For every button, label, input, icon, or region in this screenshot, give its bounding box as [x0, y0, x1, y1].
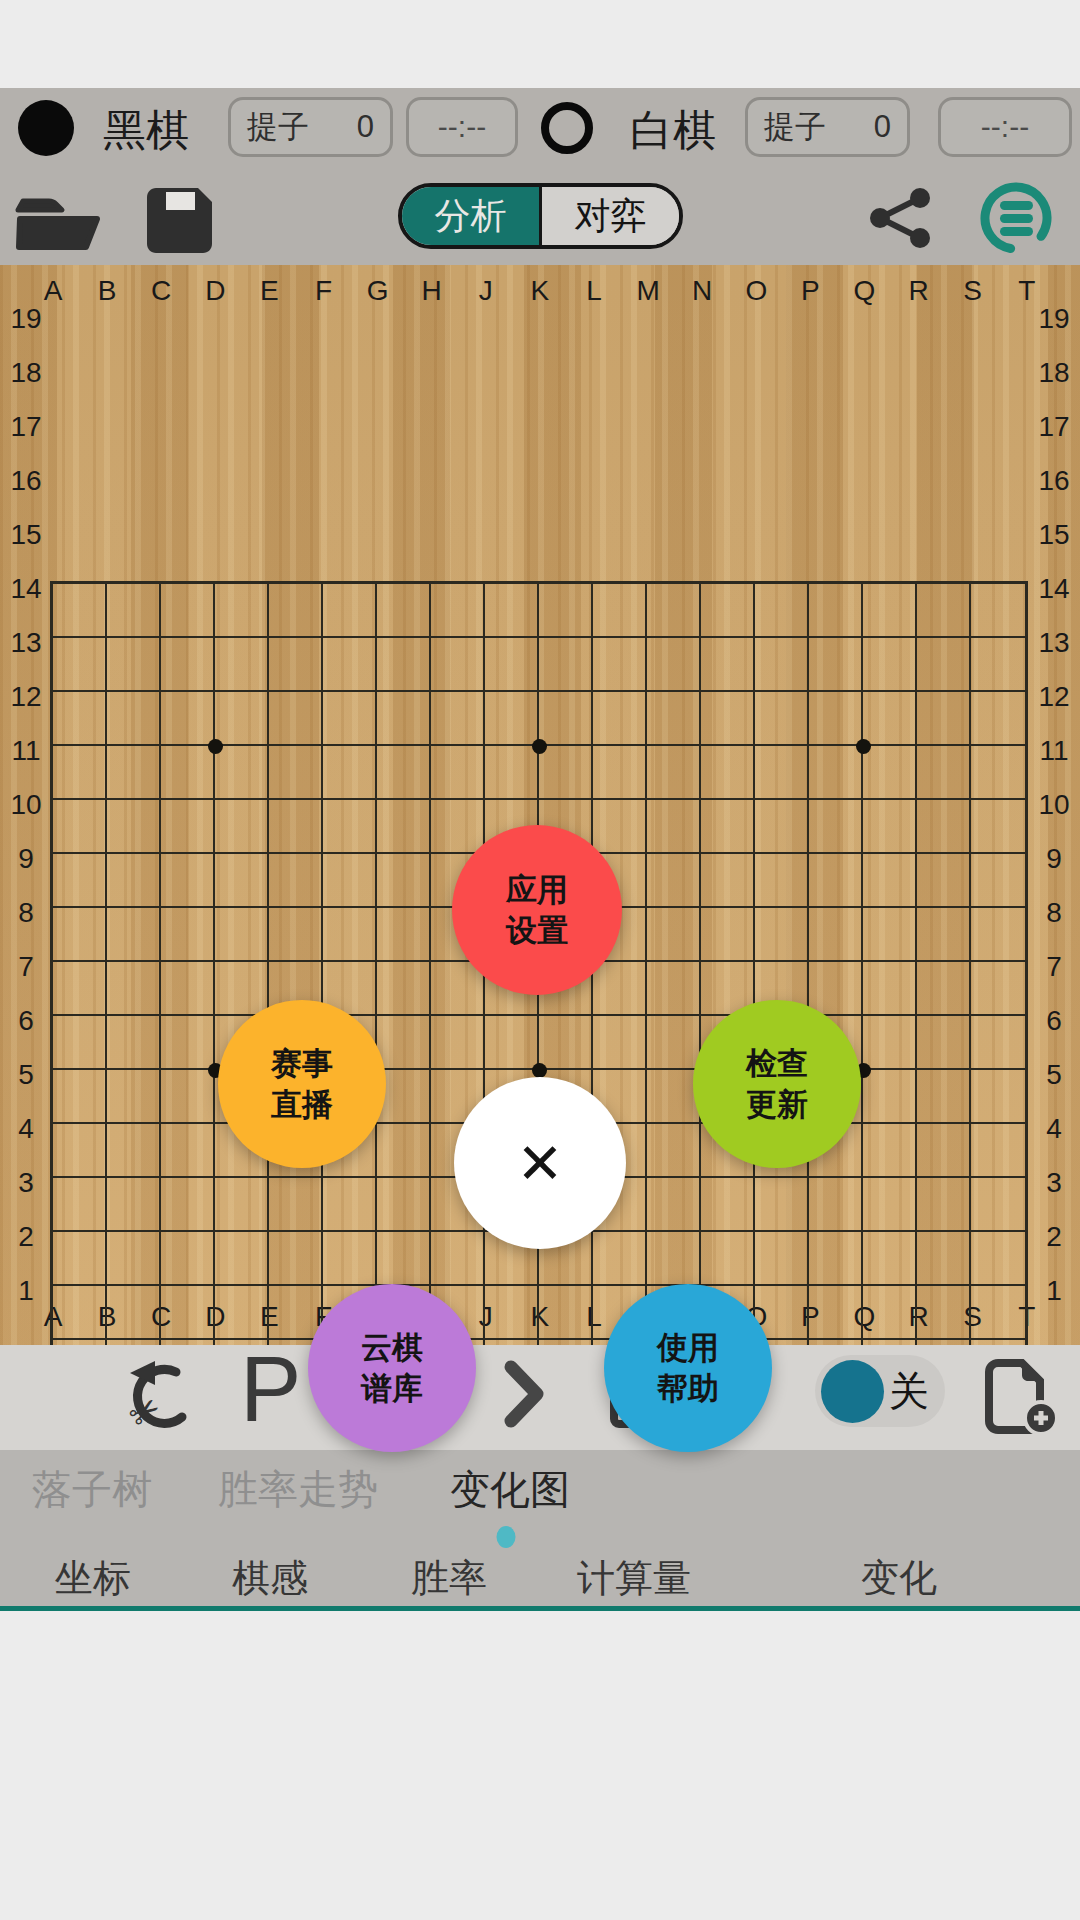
coord-label: 8: [0, 886, 52, 940]
star-point: [532, 739, 547, 754]
grid-cell: [53, 1286, 107, 1340]
grid-cell: [161, 584, 215, 638]
tab-winrate-trend[interactable]: 胜率走势: [218, 1462, 378, 1517]
grid-cell: [917, 800, 971, 854]
grid-cell: [863, 1124, 917, 1178]
open-file-icon[interactable]: [15, 185, 101, 253]
grid-cell: [269, 692, 323, 746]
grid-cell: [431, 692, 485, 746]
grid-cell: [647, 692, 701, 746]
coord-label: M: [621, 265, 675, 317]
grid-cell: [323, 908, 377, 962]
grid-cell: [539, 1286, 593, 1340]
grid-cell: [755, 584, 809, 638]
white-stone-icon: [541, 102, 593, 154]
grid-cell: [971, 1286, 1025, 1340]
fab-label: 应用 设置: [506, 869, 568, 951]
coord-label: Q: [837, 265, 891, 317]
grid-cell: [485, 1286, 539, 1340]
grid-cell: [323, 746, 377, 800]
coord-label: 3: [0, 1156, 52, 1210]
grid-cell: [377, 1016, 431, 1070]
mode-toggle: 分析 对弈: [398, 183, 683, 249]
coord-label: E: [242, 265, 296, 317]
coord-label: 9: [0, 832, 52, 886]
grid-cell: [377, 584, 431, 638]
grid-cell: [593, 962, 647, 1016]
grid-cell: [647, 1016, 701, 1070]
grid-cell: [215, 1286, 269, 1340]
coord-label: B: [80, 265, 134, 317]
coord-label: 18: [1028, 346, 1080, 400]
grid-cell: [593, 800, 647, 854]
tab-move-tree[interactable]: 落子树: [32, 1462, 152, 1517]
grid-cell: [809, 1286, 863, 1340]
coord-label: 17: [0, 400, 52, 454]
grid-cell: [269, 854, 323, 908]
coord-label: 5: [0, 1048, 52, 1102]
grid-cell: [215, 1232, 269, 1286]
grid-cell: [917, 908, 971, 962]
grid-cell: [701, 1232, 755, 1286]
grid-cell: [161, 908, 215, 962]
grid-cell: [809, 908, 863, 962]
grid-cell: [971, 1016, 1025, 1070]
coord-label: 15: [1028, 508, 1080, 562]
grid-cell: [755, 1232, 809, 1286]
grid-cell: [323, 584, 377, 638]
coord-label: 19: [1028, 292, 1080, 346]
grid-cell: [323, 800, 377, 854]
grid-cell: [917, 692, 971, 746]
engine-toggle[interactable]: 关: [815, 1355, 945, 1427]
grid-cell: [377, 962, 431, 1016]
grid-cell: [917, 1124, 971, 1178]
grid-cell: [863, 692, 917, 746]
grid-cell: [323, 638, 377, 692]
grid-cell: [539, 692, 593, 746]
black-captures-label: 提子: [247, 106, 309, 148]
grid-cell: [53, 1232, 107, 1286]
grid-cell: [215, 746, 269, 800]
coord-label: 1: [0, 1264, 52, 1318]
grid-cell: [377, 638, 431, 692]
grid-cell: [701, 908, 755, 962]
coord-label: P: [783, 265, 837, 317]
grid-cell: [53, 1178, 107, 1232]
fab-label: 赛事 直播: [271, 1043, 333, 1125]
black-stone-icon: [18, 100, 74, 156]
coord-label: 8: [1028, 886, 1080, 940]
coord-label: C: [134, 265, 188, 317]
grid-cell: [917, 1070, 971, 1124]
engine-toggle-state: 关: [889, 1364, 929, 1419]
grid-cell: [107, 1286, 161, 1340]
pass-button[interactable]: P: [240, 1339, 301, 1439]
grid-cell: [269, 1232, 323, 1286]
coord-label: 17: [1028, 400, 1080, 454]
grid-cell: [53, 584, 107, 638]
grid-cell: [161, 1124, 215, 1178]
board-rows-right: 19181716151413121110987654321: [1028, 292, 1080, 1318]
grid-cell: [917, 1178, 971, 1232]
grid-cell: [647, 638, 701, 692]
coord-label: 7: [1028, 940, 1080, 994]
grid-cell: [107, 800, 161, 854]
coord-label: 14: [0, 562, 52, 616]
grid-cell: [215, 1178, 269, 1232]
grid-cell: [809, 638, 863, 692]
grid-cell: [809, 1232, 863, 1286]
grid-cell: [215, 908, 269, 962]
grid-cell: [809, 854, 863, 908]
grid-cell: [863, 1232, 917, 1286]
fab-label: 检查 更新: [746, 1043, 808, 1125]
grid-cell: [647, 584, 701, 638]
teal-divider: [0, 1606, 1080, 1611]
grid-cell: [431, 1232, 485, 1286]
grid-cell: [701, 746, 755, 800]
grid-cell: [161, 746, 215, 800]
fab-label: 使用 帮助: [657, 1327, 719, 1409]
coord-label: 2: [1028, 1210, 1080, 1264]
grid-cell: [53, 746, 107, 800]
grid-cell: [107, 584, 161, 638]
undo-cut-icon[interactable]: ✂: [120, 1355, 204, 1439]
grid-cell: [377, 1178, 431, 1232]
grid-cell: [53, 800, 107, 854]
grid-cell: [323, 692, 377, 746]
grid-cell: [107, 1070, 161, 1124]
grid-cell: [971, 1070, 1025, 1124]
white-captures-box: 提子 0: [745, 97, 910, 157]
engine-toggle-knob: [821, 1360, 884, 1423]
grid-cell: [485, 692, 539, 746]
grid-cell: [647, 854, 701, 908]
coord-label: 3: [1028, 1156, 1080, 1210]
grid-cell: [863, 746, 917, 800]
forward-icon[interactable]: [503, 1359, 545, 1429]
grid-cell: [107, 692, 161, 746]
coord-label: 14: [1028, 562, 1080, 616]
grid-cell: [53, 962, 107, 1016]
coord-label: L: [567, 265, 621, 317]
coord-label: O: [729, 265, 783, 317]
grid-cell: [917, 1286, 971, 1340]
white-player-name: 白棋: [630, 105, 716, 155]
mode-analysis-button[interactable]: 分析: [402, 187, 542, 245]
grid-cell: [161, 1178, 215, 1232]
grid-cell: [161, 1016, 215, 1070]
grid-cell: [215, 638, 269, 692]
tab-intuition[interactable]: 棋感: [232, 1553, 308, 1604]
black-player-name: 黑棋: [103, 105, 189, 155]
black-captures-box: 提子 0: [228, 97, 393, 157]
tab-winrate[interactable]: 胜率: [411, 1553, 487, 1604]
grid-cell: [53, 1016, 107, 1070]
grid-cell: [215, 692, 269, 746]
grid-cell: [377, 1232, 431, 1286]
coord-label: 9: [1028, 832, 1080, 886]
share-icon[interactable]: [868, 188, 932, 248]
grid-cell: [107, 854, 161, 908]
grid-cell: [647, 908, 701, 962]
grid-cell: [809, 746, 863, 800]
grid-cell: [431, 746, 485, 800]
grid-cell: [323, 854, 377, 908]
grid-cell: [755, 692, 809, 746]
grid-cell: [431, 800, 485, 854]
grid-cell: [971, 1178, 1025, 1232]
grid-cell: [593, 692, 647, 746]
grid-cell: [53, 1070, 107, 1124]
grid-cell: [647, 746, 701, 800]
grid-cell: [647, 1232, 701, 1286]
coord-label: 11: [0, 724, 52, 778]
grid-cell: [755, 854, 809, 908]
grid-cell: [539, 584, 593, 638]
coord-label: 11: [1028, 724, 1080, 778]
coord-label: 2: [0, 1210, 52, 1264]
coord-label: 10: [0, 778, 52, 832]
coord-label: 19: [0, 292, 52, 346]
grid-cell: [485, 584, 539, 638]
grid-cell: [269, 584, 323, 638]
grid-cell: [809, 1178, 863, 1232]
toolbar: ✂ P 关: [0, 1345, 1080, 1450]
grid-cell: [755, 1178, 809, 1232]
grid-cell: [971, 854, 1025, 908]
coord-label: S: [946, 265, 1000, 317]
grid-cell: [107, 962, 161, 1016]
tab-variation-diagram[interactable]: 变化图: [450, 1462, 570, 1517]
coord-label: G: [351, 265, 405, 317]
grid-cell: [647, 800, 701, 854]
grid-cell: [863, 638, 917, 692]
grid-cell: [539, 1016, 593, 1070]
black-timer: --:--: [406, 97, 518, 157]
white-captures-label: 提子: [764, 106, 826, 148]
grid-cell: [323, 1232, 377, 1286]
coord-label: 4: [0, 1102, 52, 1156]
grid-cell: [161, 1070, 215, 1124]
app-settings-fab[interactable]: 应用 设置: [452, 825, 622, 995]
grid-cell: [377, 692, 431, 746]
grid-cell: [863, 854, 917, 908]
grid-cell: [971, 800, 1025, 854]
grid-cell: [863, 1016, 917, 1070]
grid-cell: [161, 800, 215, 854]
grid-cell: [593, 1232, 647, 1286]
new-document-icon[interactable]: [984, 1357, 1062, 1437]
content-area: [0, 1611, 1080, 1920]
grid-cell: [53, 908, 107, 962]
grid-cell: [107, 1016, 161, 1070]
grid-cell: [485, 746, 539, 800]
grid-cell: [593, 1016, 647, 1070]
tab-coordinates[interactable]: 坐标: [55, 1553, 131, 1604]
coord-label: 7: [0, 940, 52, 994]
cloud-library-fab[interactable]: 云棋 谱库: [308, 1284, 476, 1452]
grid-cell: [215, 584, 269, 638]
coord-label: 5: [1028, 1048, 1080, 1102]
grid-cell: [863, 908, 917, 962]
coord-label: R: [892, 265, 946, 317]
coord-label: 13: [0, 616, 52, 670]
grid-cell: [863, 584, 917, 638]
grid-cell: [53, 692, 107, 746]
header: 黑棋 提子 0 --:-- 白棋 提子 0 --:-- 分析 对弈: [0, 88, 1080, 265]
grid-cell: [107, 1232, 161, 1286]
grid-cell: [863, 800, 917, 854]
menu-button[interactable]: [978, 180, 1054, 256]
coord-label: N: [675, 265, 729, 317]
grid-cell: [701, 1178, 755, 1232]
grid-cell: [377, 800, 431, 854]
grid-cell: [323, 1178, 377, 1232]
help-fab[interactable]: 使用 帮助: [604, 1284, 772, 1452]
coord-label: D: [188, 265, 242, 317]
grid-cell: [809, 692, 863, 746]
grid-cell: [701, 638, 755, 692]
grid-cell: [917, 854, 971, 908]
grid-cell: [485, 638, 539, 692]
grid-cell: [53, 854, 107, 908]
grid-cell: [107, 1178, 161, 1232]
grid-cell: [863, 962, 917, 1016]
grid-cell: [269, 638, 323, 692]
grid-cell: [431, 1016, 485, 1070]
coord-label: 13: [1028, 616, 1080, 670]
coord-label: 12: [0, 670, 52, 724]
grid-cell: [701, 692, 755, 746]
grid-cell: [269, 746, 323, 800]
coord-label: 1: [1028, 1264, 1080, 1318]
grid-cell: [161, 962, 215, 1016]
grid-cell: [161, 854, 215, 908]
grid-cell: [701, 584, 755, 638]
grid-cell: [269, 908, 323, 962]
grid-cell: [917, 746, 971, 800]
grid-cell: [377, 1124, 431, 1178]
mode-play-button[interactable]: 对弈: [542, 187, 679, 245]
star-point: [208, 739, 223, 754]
tabs-panel: 落子树胜率走势变化图坐标棋感胜率计算量变化: [0, 1450, 1080, 1606]
grid-cell: [539, 638, 593, 692]
grid-cell: [161, 1286, 215, 1340]
grid-cell: [647, 1124, 701, 1178]
grid-cell: [53, 1124, 107, 1178]
tab-variation[interactable]: 变化: [861, 1553, 937, 1604]
grid-cell: [971, 638, 1025, 692]
grid-cell: [917, 1016, 971, 1070]
grid-cell: [917, 638, 971, 692]
grid-cell: [539, 746, 593, 800]
coord-label: K: [513, 265, 567, 317]
grid-cell: [755, 638, 809, 692]
coord-label: 10: [1028, 778, 1080, 832]
coord-label: 6: [0, 994, 52, 1048]
save-icon[interactable]: [146, 184, 216, 254]
star-point: [856, 739, 871, 754]
grid-cell: [269, 1178, 323, 1232]
grid-cell: [107, 1124, 161, 1178]
grid-cell: [971, 1232, 1025, 1286]
board-columns-top: ABCDEFGHJKLMNOPQRST: [26, 265, 1054, 317]
svg-text:✂: ✂: [120, 1387, 168, 1438]
coord-label: H: [405, 265, 459, 317]
white-captures-count: 0: [874, 109, 891, 145]
grid-cell: [755, 746, 809, 800]
coord-label: 16: [1028, 454, 1080, 508]
grid-cell: [593, 584, 647, 638]
grid-cell: [971, 962, 1025, 1016]
check-update-fab[interactable]: 检查 更新: [693, 1000, 861, 1168]
grid-cell: [971, 584, 1025, 638]
status-bar: [0, 0, 1080, 88]
grid-cell: [377, 746, 431, 800]
grid-cell: [971, 908, 1025, 962]
close-icon: ✕: [517, 1131, 564, 1196]
grid-cell: [809, 584, 863, 638]
grid-cell: [971, 746, 1025, 800]
grid-cell: [755, 800, 809, 854]
fab-label: 云棋 谱库: [361, 1327, 423, 1409]
tab-computation[interactable]: 计算量: [577, 1553, 691, 1604]
coord-label: 4: [1028, 1102, 1080, 1156]
grid-cell: [107, 638, 161, 692]
grid-cell: [53, 638, 107, 692]
grid-cell: [917, 962, 971, 1016]
board-rows-left: 19181716151413121110987654321: [0, 292, 52, 1318]
grid-cell: [215, 962, 269, 1016]
coord-label: J: [459, 265, 513, 317]
white-timer: --:--: [938, 97, 1072, 157]
close-menu-fab[interactable]: ✕: [454, 1077, 626, 1249]
grid-cell: [161, 1232, 215, 1286]
grid-cell: [917, 1232, 971, 1286]
grid-cell: [809, 800, 863, 854]
grid-cell: [377, 908, 431, 962]
grid-cell: [485, 1016, 539, 1070]
grid-cell: [701, 854, 755, 908]
coord-label: 12: [1028, 670, 1080, 724]
coord-label: F: [296, 265, 350, 317]
star-point: [532, 1063, 547, 1078]
grid-cell: [431, 584, 485, 638]
grid-cell: [161, 692, 215, 746]
grid-cell: [593, 746, 647, 800]
active-tab-dot: [497, 1526, 516, 1548]
grid-cell: [647, 1178, 701, 1232]
coord-label: 15: [0, 508, 52, 562]
grid-cell: [215, 800, 269, 854]
grid-cell: [161, 638, 215, 692]
grid-cell: [701, 800, 755, 854]
grid-cell: [377, 854, 431, 908]
grid-cell: [107, 908, 161, 962]
grid-cell: [863, 1286, 917, 1340]
grid-cell: [971, 1124, 1025, 1178]
grid-cell: [863, 1070, 917, 1124]
grid-cell: [593, 638, 647, 692]
coord-label: 6: [1028, 994, 1080, 1048]
live-events-fab[interactable]: 赛事 直播: [218, 1000, 386, 1168]
grid-cell: [863, 1178, 917, 1232]
grid-cell: [755, 908, 809, 962]
grid-cell: [647, 962, 701, 1016]
grid-cell: [917, 584, 971, 638]
